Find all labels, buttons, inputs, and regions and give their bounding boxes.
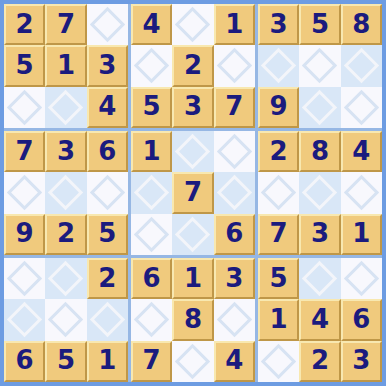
cell-r4c8: 8 (299, 131, 340, 172)
cell-r1c6: 1 (214, 4, 255, 45)
given-digit: 2 (57, 220, 75, 246)
cell-r5c3[interactable] (87, 172, 128, 213)
cell-r6c7: 7 (258, 214, 299, 255)
cell-r6c1: 9 (4, 214, 45, 255)
cell-r2c5: 2 (172, 45, 213, 86)
cell-r8c7: 1 (258, 299, 299, 340)
given-digit: 1 (57, 52, 75, 78)
given-digit: 6 (98, 138, 116, 164)
empty-cell-diamond-icon (261, 48, 296, 83)
given-digit: 6 (352, 306, 370, 332)
given-digit: 3 (184, 93, 202, 119)
given-digit: 7 (225, 93, 243, 119)
given-digit: 5 (311, 11, 329, 37)
given-digit: 3 (352, 347, 370, 373)
box-r3c3: 514623 (258, 258, 382, 382)
cell-r1c1: 2 (4, 4, 45, 45)
given-digit: 2 (311, 347, 329, 373)
given-digit: 1 (270, 306, 288, 332)
cell-r9c2: 5 (45, 341, 86, 382)
given-digit: 8 (311, 138, 329, 164)
empty-cell-diamond-icon (261, 175, 296, 210)
cell-r8c8: 4 (299, 299, 340, 340)
empty-cell-diamond-icon (302, 90, 337, 125)
cell-r3c5: 3 (172, 87, 213, 128)
given-digit: 7 (16, 138, 34, 164)
cell-r3c2[interactable] (45, 87, 86, 128)
cell-r4c6[interactable] (214, 131, 255, 172)
cell-r4c9: 4 (341, 131, 382, 172)
cell-r3c9[interactable] (341, 87, 382, 128)
cell-r7c3: 2 (87, 258, 128, 299)
cell-r7c7: 5 (258, 258, 299, 299)
given-digit: 5 (16, 52, 34, 78)
given-digit: 9 (16, 220, 34, 246)
sudoku-board: 2751344125373589736925176284731265161387… (0, 0, 386, 386)
empty-cell-diamond-icon (134, 302, 169, 337)
empty-cell-diamond-icon (7, 302, 42, 337)
empty-cell-diamond-icon (344, 175, 379, 210)
given-digit: 3 (311, 220, 329, 246)
cell-r7c9[interactable] (341, 258, 382, 299)
empty-cell-diamond-icon (7, 175, 42, 210)
cell-r5c5: 7 (172, 172, 213, 213)
empty-cell-diamond-icon (7, 90, 42, 125)
cell-r5c6[interactable] (214, 172, 255, 213)
box-r1c1: 275134 (4, 4, 128, 128)
given-digit: 5 (270, 265, 288, 291)
empty-cell-diamond-icon (217, 302, 252, 337)
given-digit: 1 (352, 220, 370, 246)
cell-r3c3: 4 (87, 87, 128, 128)
box-r2c1: 736925 (4, 131, 128, 255)
given-digit: 7 (184, 179, 202, 205)
given-digit: 6 (225, 220, 243, 246)
given-digit: 3 (98, 52, 116, 78)
cell-r8c4[interactable] (131, 299, 172, 340)
cell-r8c1[interactable] (4, 299, 45, 340)
given-digit: 1 (225, 11, 243, 37)
given-digit: 8 (352, 11, 370, 37)
given-digit: 2 (98, 265, 116, 291)
cell-r3c7: 9 (258, 87, 299, 128)
cell-r3c6: 7 (214, 87, 255, 128)
cell-r7c1[interactable] (4, 258, 45, 299)
empty-cell-diamond-icon (344, 90, 379, 125)
given-digit: 2 (270, 138, 288, 164)
cell-r9c5[interactable] (172, 341, 213, 382)
empty-cell-diamond-icon (175, 217, 210, 252)
cell-r5c2[interactable] (45, 172, 86, 213)
cell-r1c8: 5 (299, 4, 340, 45)
cell-r7c2[interactable] (45, 258, 86, 299)
given-digit: 3 (225, 265, 243, 291)
cell-r4c7: 2 (258, 131, 299, 172)
cell-r6c8: 3 (299, 214, 340, 255)
box-r2c3: 284731 (258, 131, 382, 255)
given-digit: 2 (16, 11, 34, 37)
cell-r8c2[interactable] (45, 299, 86, 340)
given-digit: 9 (270, 93, 288, 119)
cell-r4c3: 6 (87, 131, 128, 172)
given-digit: 4 (311, 306, 329, 332)
given-digit: 4 (98, 93, 116, 119)
empty-cell-diamond-icon (48, 302, 83, 337)
empty-cell-diamond-icon (302, 48, 337, 83)
given-digit: 8 (184, 306, 202, 332)
given-digit: 4 (225, 347, 243, 373)
given-digit: 3 (57, 138, 75, 164)
cell-r8c5: 8 (172, 299, 213, 340)
given-digit: 3 (270, 11, 288, 37)
cell-r9c1: 6 (4, 341, 45, 382)
empty-cell-diamond-icon (344, 48, 379, 83)
given-digit: 1 (143, 138, 161, 164)
cell-r2c2: 1 (45, 45, 86, 86)
cell-r9c7[interactable] (258, 341, 299, 382)
cell-r6c5[interactable] (172, 214, 213, 255)
empty-cell-diamond-icon (90, 302, 125, 337)
given-digit: 1 (98, 347, 116, 373)
cell-r2c8[interactable] (299, 45, 340, 86)
cell-r3c1[interactable] (4, 87, 45, 128)
cell-r1c7: 3 (258, 4, 299, 45)
empty-cell-diamond-icon (134, 48, 169, 83)
cell-r8c6[interactable] (214, 299, 255, 340)
cell-r4c4: 1 (131, 131, 172, 172)
cell-r1c9: 8 (341, 4, 382, 45)
cell-r2c6[interactable] (214, 45, 255, 86)
cell-r9c9: 3 (341, 341, 382, 382)
empty-cell-diamond-icon (175, 7, 210, 42)
cell-r9c4: 7 (131, 341, 172, 382)
given-digit: 6 (16, 347, 34, 373)
given-digit: 1 (184, 265, 202, 291)
cell-r4c2: 3 (45, 131, 86, 172)
cell-r5c4[interactable] (131, 172, 172, 213)
cell-r7c5: 1 (172, 258, 213, 299)
cell-r9c8: 2 (299, 341, 340, 382)
cell-r4c5[interactable] (172, 131, 213, 172)
cell-r8c3[interactable] (87, 299, 128, 340)
cell-r5c9[interactable] (341, 172, 382, 213)
given-digit: 7 (57, 11, 75, 37)
given-digit: 5 (143, 93, 161, 119)
given-digit: 4 (143, 11, 161, 37)
given-digit: 7 (270, 220, 288, 246)
empty-cell-diamond-icon (48, 175, 83, 210)
empty-cell-diamond-icon (90, 175, 125, 210)
given-digit: 4 (352, 138, 370, 164)
given-digit: 5 (57, 347, 75, 373)
empty-cell-diamond-icon (90, 7, 125, 42)
box-r1c2: 412537 (131, 4, 255, 128)
cell-r6c6: 6 (214, 214, 255, 255)
cell-r1c4: 4 (131, 4, 172, 45)
given-digit: 5 (98, 220, 116, 246)
empty-cell-diamond-icon (261, 344, 296, 379)
cell-r8c9: 6 (341, 299, 382, 340)
cell-r9c6: 4 (214, 341, 255, 382)
cell-r6c2: 2 (45, 214, 86, 255)
cell-r9c3: 1 (87, 341, 128, 382)
cell-r5c7[interactable] (258, 172, 299, 213)
cell-r7c6: 3 (214, 258, 255, 299)
cell-r6c3: 5 (87, 214, 128, 255)
empty-cell-diamond-icon (134, 175, 169, 210)
cell-r7c4: 6 (131, 258, 172, 299)
empty-cell-diamond-icon (217, 48, 252, 83)
box-r3c2: 613874 (131, 258, 255, 382)
cell-r2c9[interactable] (341, 45, 382, 86)
cell-r6c4[interactable] (131, 214, 172, 255)
box-r2c2: 176 (131, 131, 255, 255)
box-r3c1: 2651 (4, 258, 128, 382)
empty-cell-diamond-icon (302, 175, 337, 210)
cell-r7c8[interactable] (299, 258, 340, 299)
empty-cell-diamond-icon (48, 90, 83, 125)
empty-cell-diamond-icon (7, 261, 42, 296)
cell-r1c2: 7 (45, 4, 86, 45)
cell-r1c5[interactable] (172, 4, 213, 45)
empty-cell-diamond-icon (217, 175, 252, 210)
empty-cell-diamond-icon (302, 261, 337, 296)
cell-r3c8[interactable] (299, 87, 340, 128)
cell-r2c7[interactable] (258, 45, 299, 86)
empty-cell-diamond-icon (48, 261, 83, 296)
cell-r4c1: 7 (4, 131, 45, 172)
empty-cell-diamond-icon (175, 344, 210, 379)
empty-cell-diamond-icon (175, 134, 210, 169)
box-r1c3: 3589 (258, 4, 382, 128)
cell-r5c8[interactable] (299, 172, 340, 213)
cell-r2c3: 3 (87, 45, 128, 86)
empty-cell-diamond-icon (134, 217, 169, 252)
empty-cell-diamond-icon (217, 134, 252, 169)
given-digit: 7 (143, 347, 161, 373)
given-digit: 2 (184, 52, 202, 78)
cell-r6c9: 1 (341, 214, 382, 255)
given-digit: 6 (143, 265, 161, 291)
cell-r3c4: 5 (131, 87, 172, 128)
cell-r5c1[interactable] (4, 172, 45, 213)
cell-r1c3[interactable] (87, 4, 128, 45)
empty-cell-diamond-icon (344, 261, 379, 296)
cell-r2c4[interactable] (131, 45, 172, 86)
cell-r2c1: 5 (4, 45, 45, 86)
